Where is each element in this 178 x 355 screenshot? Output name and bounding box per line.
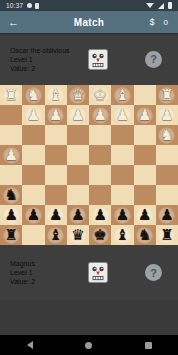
square-g8[interactable]: ♞ [134, 225, 156, 245]
square-b5[interactable] [22, 165, 44, 185]
white-pawn: ♟ [27, 108, 40, 123]
square-c5[interactable] [45, 165, 67, 185]
square-b4[interactable] [22, 145, 44, 165]
square-h2[interactable]: ♟ [156, 105, 178, 125]
currency-display[interactable]: $ 0 [150, 17, 168, 27]
player-name: Magnus [10, 259, 88, 268]
cell-signal-icon [158, 3, 164, 9]
player-help-button[interactable]: ? [145, 264, 162, 281]
square-d2[interactable]: ♟ [67, 105, 89, 125]
square-b2[interactable]: ♟ [22, 105, 44, 125]
currency-amount: 0 [164, 18, 168, 27]
square-e8[interactable]: ♚ [89, 225, 111, 245]
chess-board: ♜♞♝♛♚♝♜♟♟♟♟♟♟♟♞♟♞♟♟♟♟♟♟♟♟♜♝♛♚♝♞♜ [0, 85, 178, 245]
white-pawn: ♟ [4, 148, 17, 163]
white-bishop: ♝ [116, 88, 129, 103]
square-c6[interactable] [45, 185, 67, 205]
black-pawn: ♟ [116, 208, 129, 223]
white-bishop: ♝ [49, 88, 62, 103]
square-e5[interactable] [89, 165, 111, 185]
square-c8[interactable]: ♝ [45, 225, 67, 245]
nav-recents-slot [119, 335, 178, 355]
black-knight: ♞ [138, 228, 151, 243]
black-pawn: ♟ [4, 208, 17, 223]
white-pawn: ♟ [71, 108, 84, 123]
opponent-level: Level 1 [10, 55, 88, 64]
square-e2[interactable]: ♟ [89, 105, 111, 125]
square-a4[interactable]: ♟ [0, 145, 22, 165]
square-c7[interactable]: ♟ [45, 205, 67, 225]
black-pawn: ♟ [138, 208, 151, 223]
square-a5[interactable] [0, 165, 22, 185]
square-a1[interactable]: ♜ [0, 85, 22, 105]
opponent-panel: Oscar the oblivious Level 1 Value: 2 ? [0, 33, 178, 85]
square-a3[interactable] [0, 125, 22, 145]
white-pawn: ♟ [93, 108, 106, 123]
black-pawn: ♟ [27, 208, 40, 223]
square-f7[interactable]: ♟ [111, 205, 133, 225]
nav-back-icon[interactable] [27, 341, 33, 349]
square-a6[interactable]: ♞ [0, 185, 22, 205]
square-e4[interactable] [89, 145, 111, 165]
square-g5[interactable] [134, 165, 156, 185]
opponent-info: Oscar the oblivious Level 1 Value: 2 [10, 46, 88, 73]
phone-screen: 10:37 Match ← $ 0 Oscar the oblivious Le… [0, 0, 178, 355]
nav-home-icon[interactable] [85, 342, 92, 349]
square-g3[interactable] [134, 125, 156, 145]
opponent-robot-avatar-icon [88, 49, 108, 70]
notification-gear-icon [27, 3, 32, 8]
black-knight: ♞ [4, 188, 17, 203]
black-pawn: ♟ [71, 208, 84, 223]
square-c1[interactable]: ♝ [45, 85, 67, 105]
black-bishop: ♝ [116, 228, 129, 243]
nav-recents-icon[interactable] [145, 342, 152, 349]
empty-area [0, 300, 178, 335]
square-h6[interactable] [156, 185, 178, 205]
black-queen: ♛ [71, 228, 84, 243]
square-a8[interactable]: ♜ [0, 225, 22, 245]
white-rook: ♜ [4, 88, 17, 103]
square-g2[interactable]: ♟ [134, 105, 156, 125]
square-g1[interactable] [134, 85, 156, 105]
square-a2[interactable] [0, 105, 22, 125]
square-h7[interactable]: ♟ [156, 205, 178, 225]
square-h5[interactable] [156, 165, 178, 185]
square-g6[interactable] [134, 185, 156, 205]
notification-file-icon [35, 3, 39, 9]
square-d5[interactable] [67, 165, 89, 185]
white-pawn: ♟ [160, 108, 173, 123]
white-knight: ♞ [160, 128, 173, 143]
player-info: Magnus Level 1 Value: 2 [10, 259, 88, 286]
black-pawn: ♟ [160, 208, 173, 223]
square-f4[interactable] [111, 145, 133, 165]
square-f2[interactable]: ♟ [111, 105, 133, 125]
black-rook: ♜ [160, 228, 173, 243]
square-d6[interactable] [67, 185, 89, 205]
white-pawn: ♟ [49, 108, 62, 123]
square-d7[interactable]: ♟ [67, 205, 89, 225]
player-value: Value: 2 [10, 277, 88, 286]
black-rook: ♜ [4, 228, 17, 243]
square-g4[interactable] [134, 145, 156, 165]
dollar-icon: $ [150, 17, 155, 27]
app-bar: Match ← $ 0 [0, 11, 178, 33]
square-d8[interactable]: ♛ [67, 225, 89, 245]
square-a7[interactable]: ♟ [0, 205, 22, 225]
square-c4[interactable] [45, 145, 67, 165]
square-h3[interactable]: ♞ [156, 125, 178, 145]
opponent-help-button[interactable]: ? [145, 51, 162, 68]
black-pawn: ♟ [49, 208, 62, 223]
square-f1[interactable]: ♝ [111, 85, 133, 105]
square-f3[interactable] [111, 125, 133, 145]
match-content: Oscar the oblivious Level 1 Value: 2 ? [0, 33, 178, 335]
square-c3[interactable] [45, 125, 67, 145]
white-pawn: ♟ [116, 108, 129, 123]
opponent-value: Value: 2 [10, 64, 88, 73]
black-king: ♚ [93, 228, 106, 243]
nav-home-slot [59, 335, 118, 355]
battery-icon [168, 2, 172, 9]
white-king: ♚ [93, 88, 106, 103]
player-panel: Magnus Level 1 Value: 2 ? [0, 245, 178, 300]
wifi-icon [146, 3, 154, 8]
square-e1[interactable]: ♚ [89, 85, 111, 105]
square-b6[interactable] [22, 185, 44, 205]
square-h1[interactable]: ♜ [156, 85, 178, 105]
square-f6[interactable] [111, 185, 133, 205]
square-b8[interactable] [22, 225, 44, 245]
square-c2[interactable]: ♟ [45, 105, 67, 125]
player-level: Level 1 [10, 268, 88, 277]
square-h4[interactable] [156, 145, 178, 165]
player-robot-avatar-icon [88, 262, 108, 283]
white-knight: ♞ [27, 88, 40, 103]
nav-back-slot [0, 335, 59, 355]
white-pawn: ♟ [138, 108, 151, 123]
opponent-name: Oscar the oblivious [10, 46, 88, 55]
black-pawn: ♟ [93, 208, 106, 223]
status-bar: 10:37 [0, 0, 178, 11]
square-d4[interactable] [67, 145, 89, 165]
white-rook: ♜ [160, 88, 173, 103]
square-f8[interactable]: ♝ [111, 225, 133, 245]
square-e3[interactable] [89, 125, 111, 145]
square-d1[interactable]: ♛ [67, 85, 89, 105]
square-b7[interactable]: ♟ [22, 205, 44, 225]
black-bishop: ♝ [49, 228, 62, 243]
white-queen: ♛ [71, 88, 84, 103]
square-e6[interactable] [89, 185, 111, 205]
android-nav-bar [0, 335, 178, 355]
square-b3[interactable] [22, 125, 44, 145]
square-g7[interactable]: ♟ [134, 205, 156, 225]
square-h8[interactable]: ♜ [156, 225, 178, 245]
clock: 10:37 [6, 2, 23, 9]
square-f5[interactable] [111, 165, 133, 185]
square-d3[interactable] [67, 125, 89, 145]
square-b1[interactable]: ♞ [22, 85, 44, 105]
square-e7[interactable]: ♟ [89, 205, 111, 225]
